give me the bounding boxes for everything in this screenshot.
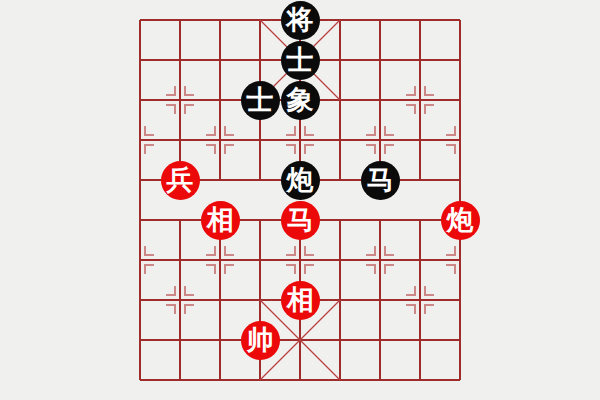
piece-black-advisor-b[interactable]: 士 (241, 81, 280, 120)
piece-red-soldier[interactable]: 兵 (161, 161, 200, 200)
piece-red-general[interactable]: 帅 (241, 321, 280, 360)
piece-red-cannon[interactable]: 炮 (441, 201, 480, 240)
piece-black-cannon[interactable]: 炮 (281, 161, 320, 200)
piece-red-elephant-b[interactable]: 相 (281, 281, 320, 320)
piece-red-horse[interactable]: 马 (281, 201, 320, 240)
pieces-layer: 将士士象炮马兵相马炮相帅 (120, 0, 480, 400)
piece-black-elephant[interactable]: 象 (281, 81, 320, 120)
piece-black-general[interactable]: 将 (281, 1, 320, 40)
piece-red-elephant-a[interactable]: 相 (201, 201, 240, 240)
xiangqi-board: 将士士象炮马兵相马炮相帅 (0, 0, 600, 400)
piece-black-advisor-a[interactable]: 士 (281, 41, 320, 80)
piece-black-horse[interactable]: 马 (361, 161, 400, 200)
